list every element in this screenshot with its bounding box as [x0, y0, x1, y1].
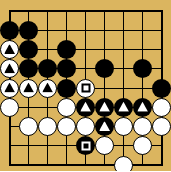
white-stone[interactable]: [38, 79, 57, 98]
triangle-mark: [4, 44, 15, 54]
black-stone[interactable]: [95, 117, 114, 136]
square-mark: [81, 84, 90, 93]
white-stone[interactable]: [152, 98, 171, 117]
white-stone[interactable]: [133, 136, 152, 155]
white-stone[interactable]: [0, 98, 19, 117]
white-stone[interactable]: [76, 117, 95, 136]
black-stone[interactable]: [57, 40, 76, 59]
white-stone[interactable]: [57, 98, 76, 117]
white-stone[interactable]: [114, 117, 133, 136]
triangle-mark: [4, 63, 15, 73]
white-stone[interactable]: [57, 117, 76, 136]
white-stone[interactable]: [76, 79, 95, 98]
black-stone[interactable]: [133, 59, 152, 78]
black-stone[interactable]: [114, 98, 133, 117]
black-stone[interactable]: [57, 79, 76, 98]
black-stone[interactable]: [0, 21, 19, 40]
black-stone[interactable]: [95, 98, 114, 117]
square-mark: [81, 141, 90, 150]
black-stone[interactable]: [95, 59, 114, 78]
grid-line-vertical: [123, 10, 124, 166]
white-stone[interactable]: [95, 136, 114, 155]
black-stone[interactable]: [76, 136, 95, 155]
white-stone[interactable]: [0, 59, 19, 78]
triangle-mark: [99, 121, 110, 131]
white-stone[interactable]: [0, 40, 19, 59]
white-stone[interactable]: [38, 117, 57, 136]
white-stone[interactable]: [114, 156, 133, 172]
black-stone[interactable]: [19, 40, 38, 59]
black-stone[interactable]: [152, 79, 171, 98]
black-stone[interactable]: [19, 59, 38, 78]
triangle-mark: [42, 83, 53, 93]
white-stone[interactable]: [0, 79, 19, 98]
triangle-mark: [4, 83, 15, 93]
white-stone[interactable]: [19, 117, 38, 136]
triangle-mark: [137, 102, 148, 112]
triangle-mark: [99, 102, 110, 112]
black-stone[interactable]: [133, 98, 152, 117]
black-stone[interactable]: [38, 59, 57, 78]
triangle-mark: [23, 83, 34, 93]
white-stone[interactable]: [19, 79, 38, 98]
black-stone[interactable]: [57, 59, 76, 78]
grid-line-horizontal: [9, 164, 163, 166]
black-stone[interactable]: [76, 98, 95, 117]
black-stone[interactable]: [19, 21, 38, 40]
white-stone[interactable]: [152, 117, 171, 136]
triangle-mark: [118, 102, 129, 112]
triangle-mark: [80, 102, 91, 112]
go-board[interactable]: [0, 0, 171, 171]
white-stone[interactable]: [133, 117, 152, 136]
